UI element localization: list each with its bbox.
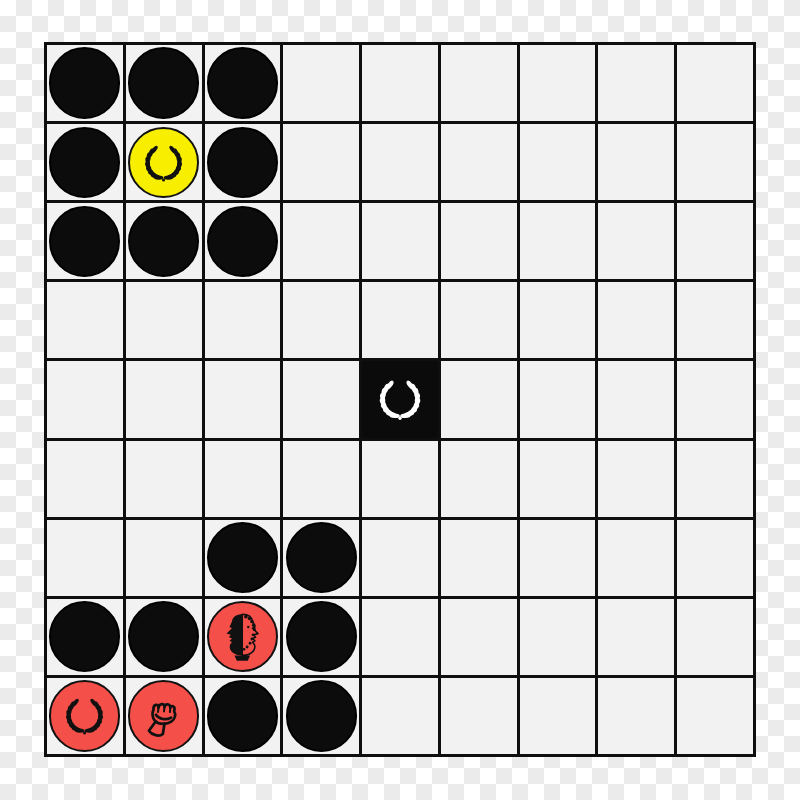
cell-r9c8[interactable] — [598, 678, 674, 754]
cell-r5c5[interactable] — [362, 361, 438, 437]
cell-r8c7[interactable] — [520, 599, 596, 675]
black-piece[interactable] — [207, 680, 278, 751]
black-piece[interactable] — [286, 522, 357, 593]
cell-r2c9[interactable] — [677, 124, 753, 200]
cell-r6c9[interactable] — [677, 441, 753, 517]
cell-r1c7[interactable] — [520, 45, 596, 121]
cell-r4c5[interactable] — [362, 282, 438, 358]
cell-r2c5[interactable] — [362, 124, 438, 200]
cell-r7c6[interactable] — [441, 520, 517, 596]
red-janus-piece[interactable] — [207, 601, 278, 672]
cell-r6c7[interactable] — [520, 441, 596, 517]
cell-r1c8[interactable] — [598, 45, 674, 121]
raised-fist-icon — [134, 686, 193, 745]
black-piece[interactable] — [207, 206, 278, 277]
cell-r3c3[interactable] — [205, 203, 281, 279]
cell-r9c6[interactable] — [441, 678, 517, 754]
cell-r3c8[interactable] — [598, 203, 674, 279]
cell-r5c1[interactable] — [47, 361, 123, 437]
black-piece[interactable] — [128, 206, 199, 277]
janus-head-icon — [212, 607, 273, 668]
black-piece[interactable] — [128, 601, 199, 672]
laurel-wreath-icon — [59, 690, 110, 741]
cell-r5c7[interactable] — [520, 361, 596, 437]
laurel-wreath-icon — [138, 137, 189, 188]
yellow-laurel-piece[interactable] — [128, 127, 199, 198]
cell-r2c7[interactable] — [520, 124, 596, 200]
cell-r4c3[interactable] — [205, 282, 281, 358]
black-piece[interactable] — [207, 522, 278, 593]
cell-r3c2[interactable] — [126, 203, 202, 279]
cell-r2c4[interactable] — [283, 124, 359, 200]
cell-r3c7[interactable] — [520, 203, 596, 279]
cell-r7c4[interactable] — [283, 520, 359, 596]
cell-r8c3[interactable] — [205, 599, 281, 675]
cell-r6c6[interactable] — [441, 441, 517, 517]
cell-r5c4[interactable] — [283, 361, 359, 437]
black-piece[interactable] — [49, 601, 120, 672]
cell-r5c6[interactable] — [441, 361, 517, 437]
cell-r4c2[interactable] — [126, 282, 202, 358]
black-piece[interactable] — [207, 127, 278, 198]
black-piece[interactable] — [286, 680, 357, 751]
cell-r1c3[interactable] — [205, 45, 281, 121]
cell-r7c3[interactable] — [205, 520, 281, 596]
cell-r6c1[interactable] — [47, 441, 123, 517]
cell-r3c5[interactable] — [362, 203, 438, 279]
cell-r7c2[interactable] — [126, 520, 202, 596]
cell-r8c5[interactable] — [362, 599, 438, 675]
cell-r4c9[interactable] — [677, 282, 753, 358]
cell-r5c9[interactable] — [677, 361, 753, 437]
cell-r6c5[interactable] — [362, 441, 438, 517]
cell-r9c3[interactable] — [205, 678, 281, 754]
cell-r9c5[interactable] — [362, 678, 438, 754]
cell-r3c1[interactable] — [47, 203, 123, 279]
cell-r2c6[interactable] — [441, 124, 517, 200]
laurel-wreath-icon — [372, 371, 428, 427]
black-piece[interactable] — [128, 47, 199, 118]
cell-r1c6[interactable] — [441, 45, 517, 121]
cell-r1c4[interactable] — [283, 45, 359, 121]
cell-r2c2[interactable] — [126, 124, 202, 200]
cell-r8c8[interactable] — [598, 599, 674, 675]
black-piece[interactable] — [286, 601, 357, 672]
cell-r6c3[interactable] — [205, 441, 281, 517]
cell-r1c9[interactable] — [677, 45, 753, 121]
cell-r3c6[interactable] — [441, 203, 517, 279]
page-background — [0, 0, 800, 800]
cell-r7c7[interactable] — [520, 520, 596, 596]
cell-r5c8[interactable] — [598, 361, 674, 437]
black-piece[interactable] — [207, 47, 278, 118]
red-fist-piece[interactable] — [128, 680, 199, 751]
cell-r9c2[interactable] — [126, 678, 202, 754]
cell-r1c1[interactable] — [47, 45, 123, 121]
cell-r7c5[interactable] — [362, 520, 438, 596]
cell-r8c9[interactable] — [677, 599, 753, 675]
cell-r7c8[interactable] — [598, 520, 674, 596]
cell-r1c5[interactable] — [362, 45, 438, 121]
cell-r7c1[interactable] — [47, 520, 123, 596]
cell-r8c6[interactable] — [441, 599, 517, 675]
black-piece[interactable] — [49, 206, 120, 277]
cell-r4c1[interactable] — [47, 282, 123, 358]
cell-r2c1[interactable] — [47, 124, 123, 200]
cell-r6c2[interactable] — [126, 441, 202, 517]
cell-r5c3[interactable] — [205, 361, 281, 437]
game-board — [44, 42, 756, 757]
cell-r8c4[interactable] — [283, 599, 359, 675]
cell-r9c1[interactable] — [47, 678, 123, 754]
cell-r2c3[interactable] — [205, 124, 281, 200]
black-piece[interactable] — [49, 127, 120, 198]
cell-r3c4[interactable] — [283, 203, 359, 279]
cell-r8c2[interactable] — [126, 599, 202, 675]
cell-r1c2[interactable] — [126, 45, 202, 121]
cell-r3c9[interactable] — [677, 203, 753, 279]
cell-r9c7[interactable] — [520, 678, 596, 754]
cell-r4c6[interactable] — [441, 282, 517, 358]
cell-r7c9[interactable] — [677, 520, 753, 596]
cell-r8c1[interactable] — [47, 599, 123, 675]
cell-r4c8[interactable] — [598, 282, 674, 358]
cell-r9c9[interactable] — [677, 678, 753, 754]
black-piece[interactable] — [49, 47, 120, 118]
cell-r4c4[interactable] — [283, 282, 359, 358]
cell-r2c8[interactable] — [598, 124, 674, 200]
cell-r6c4[interactable] — [283, 441, 359, 517]
cell-r5c2[interactable] — [126, 361, 202, 437]
red-laurel-piece[interactable] — [49, 680, 120, 751]
cell-r6c8[interactable] — [598, 441, 674, 517]
cell-r9c4[interactable] — [283, 678, 359, 754]
cell-r4c7[interactable] — [520, 282, 596, 358]
